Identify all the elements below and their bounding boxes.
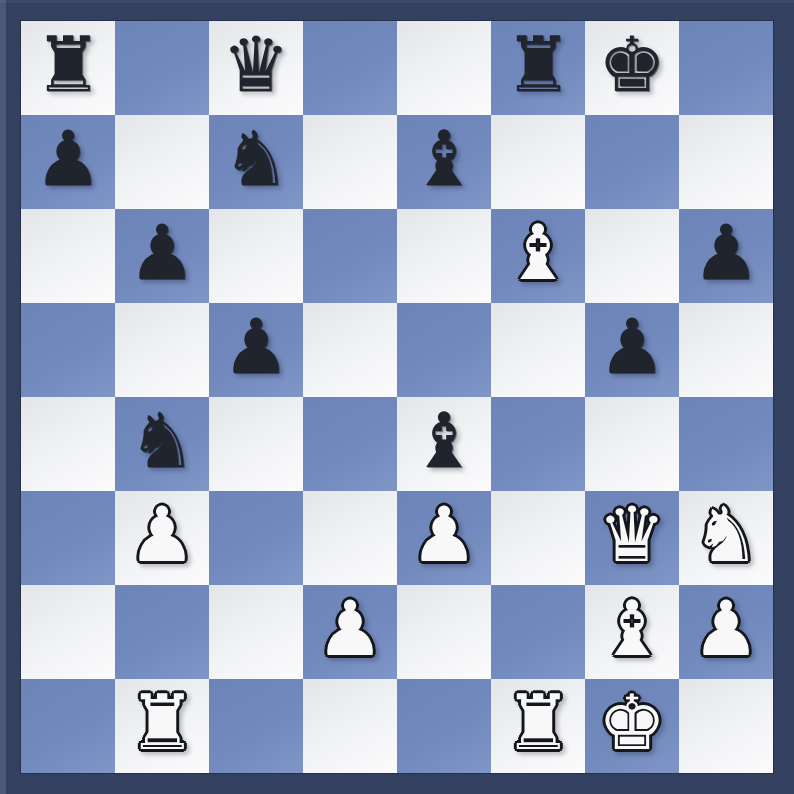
square-d5[interactable] [303,303,397,397]
piece-black-king[interactable]: ♚ [598,27,666,103]
square-b6[interactable]: ♟ [115,209,209,303]
square-a1[interactable] [21,679,115,773]
piece-white-bishop[interactable]: ♝ [598,591,666,667]
square-e2[interactable] [397,585,491,679]
square-h8[interactable] [679,21,773,115]
piece-black-bishop[interactable]: ♝ [410,403,478,479]
piece-white-king[interactable]: ♚ [598,685,666,761]
square-g7[interactable] [585,115,679,209]
square-f6[interactable]: ♝ [491,209,585,303]
square-c4[interactable] [209,397,303,491]
piece-black-pawn[interactable]: ♟ [128,215,196,291]
square-g6[interactable] [585,209,679,303]
square-a2[interactable] [21,585,115,679]
square-f8[interactable]: ♜ [491,21,585,115]
square-b3[interactable]: ♟ [115,491,209,585]
square-d6[interactable] [303,209,397,303]
square-g8[interactable]: ♚ [585,21,679,115]
square-f2[interactable] [491,585,585,679]
square-d8[interactable] [303,21,397,115]
piece-black-queen[interactable]: ♛ [222,27,290,103]
piece-black-rook[interactable]: ♜ [34,27,102,103]
piece-white-pawn[interactable]: ♟ [410,497,478,573]
square-f4[interactable] [491,397,585,491]
square-b8[interactable] [115,21,209,115]
square-c7[interactable]: ♞ [209,115,303,209]
piece-black-pawn[interactable]: ♟ [34,121,102,197]
square-e1[interactable] [397,679,491,773]
square-c3[interactable] [209,491,303,585]
square-g2[interactable]: ♝ [585,585,679,679]
square-f3[interactable] [491,491,585,585]
square-h2[interactable]: ♟ [679,585,773,679]
square-e8[interactable] [397,21,491,115]
piece-white-knight[interactable]: ♞ [692,497,760,573]
square-a8[interactable]: ♜ [21,21,115,115]
square-g4[interactable] [585,397,679,491]
square-a3[interactable] [21,491,115,585]
square-b4[interactable]: ♞ [115,397,209,491]
square-e3[interactable]: ♟ [397,491,491,585]
square-b5[interactable] [115,303,209,397]
piece-white-rook[interactable]: ♜ [128,685,196,761]
square-h3[interactable]: ♞ [679,491,773,585]
piece-black-pawn[interactable]: ♟ [222,309,290,385]
piece-white-pawn[interactable]: ♟ [128,497,196,573]
piece-white-pawn[interactable]: ♟ [316,591,384,667]
chess-board: ♜♛♜♚♟♞♝♟♝♟♟♟♞♝♟♟♛♞♟♝♟♜♜♚ [21,21,773,773]
square-d2[interactable]: ♟ [303,585,397,679]
piece-black-bishop[interactable]: ♝ [410,121,478,197]
square-b2[interactable] [115,585,209,679]
square-g5[interactable]: ♟ [585,303,679,397]
square-d1[interactable] [303,679,397,773]
square-h1[interactable] [679,679,773,773]
square-c8[interactable]: ♛ [209,21,303,115]
square-a7[interactable]: ♟ [21,115,115,209]
square-h4[interactable] [679,397,773,491]
square-e7[interactable]: ♝ [397,115,491,209]
square-h5[interactable] [679,303,773,397]
piece-white-pawn[interactable]: ♟ [692,591,760,667]
square-c5[interactable]: ♟ [209,303,303,397]
piece-black-rook[interactable]: ♜ [504,27,572,103]
piece-black-knight[interactable]: ♞ [128,403,196,479]
square-e5[interactable] [397,303,491,397]
square-a5[interactable] [21,303,115,397]
square-f7[interactable] [491,115,585,209]
square-e6[interactable] [397,209,491,303]
square-b7[interactable] [115,115,209,209]
square-d7[interactable] [303,115,397,209]
square-e4[interactable]: ♝ [397,397,491,491]
piece-black-pawn[interactable]: ♟ [692,215,760,291]
square-c6[interactable] [209,209,303,303]
square-g1[interactable]: ♚ [585,679,679,773]
square-d3[interactable] [303,491,397,585]
square-a4[interactable] [21,397,115,491]
chess-board-frame: ♜♛♜♚♟♞♝♟♝♟♟♟♞♝♟♟♛♞♟♝♟♜♜♚ [0,0,794,794]
piece-black-knight[interactable]: ♞ [222,121,290,197]
square-h6[interactable]: ♟ [679,209,773,303]
square-d4[interactable] [303,397,397,491]
square-c1[interactable] [209,679,303,773]
square-h7[interactable] [679,115,773,209]
square-a6[interactable] [21,209,115,303]
square-g3[interactable]: ♛ [585,491,679,585]
piece-white-bishop[interactable]: ♝ [504,215,572,291]
square-b1[interactable]: ♜ [115,679,209,773]
piece-black-pawn[interactable]: ♟ [598,309,666,385]
square-f5[interactable] [491,303,585,397]
square-c2[interactable] [209,585,303,679]
piece-white-rook[interactable]: ♜ [504,685,572,761]
piece-white-queen[interactable]: ♛ [598,497,666,573]
square-f1[interactable]: ♜ [491,679,585,773]
